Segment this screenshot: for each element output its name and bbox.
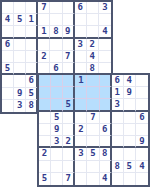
cell-r13c5[interactable] xyxy=(51,148,63,160)
cell-r14c5[interactable] xyxy=(51,161,63,173)
cell-r13c10[interactable] xyxy=(112,148,124,160)
cell-r4c7[interactable]: 3 xyxy=(75,39,87,51)
cell-r9c6[interactable]: 5 xyxy=(63,99,75,111)
cell-r11c7[interactable]: 2 xyxy=(75,124,87,136)
sudoku-grid-bottom-right: 16419535769263292358854574 xyxy=(37,73,150,187)
cell-r7c5[interactable] xyxy=(51,75,63,87)
cell-r8c6[interactable] xyxy=(63,87,75,99)
cell-r8c7[interactable] xyxy=(75,87,87,99)
cell-r3c5[interactable]: 8 xyxy=(50,26,62,38)
cell-r5c9[interactable] xyxy=(99,51,111,63)
cell-r10c12[interactable]: 6 xyxy=(136,112,148,124)
cell-r12c4[interactable] xyxy=(39,136,51,148)
cell-r2c9[interactable] xyxy=(99,14,111,26)
cell-r12c10[interactable] xyxy=(112,136,124,148)
cell-r7c9[interactable] xyxy=(100,75,112,87)
cell-r5c7[interactable] xyxy=(75,51,87,63)
cell-r15c6[interactable]: 7 xyxy=(63,173,75,185)
cell-r3c6[interactable]: 9 xyxy=(63,26,75,38)
cell-r7c12[interactable] xyxy=(136,75,148,87)
cell-r12c7[interactable] xyxy=(75,136,87,148)
cell-r4c1[interactable]: 6 xyxy=(2,39,14,51)
cell-r11c9[interactable]: 6 xyxy=(100,124,112,136)
cell-r1c2[interactable] xyxy=(14,2,26,14)
cell-r12c5[interactable]: 3 xyxy=(51,136,63,148)
cell-r9c11[interactable] xyxy=(124,99,136,111)
cell-r11c6[interactable] xyxy=(63,124,75,136)
cell-r5c8[interactable]: 4 xyxy=(87,51,99,63)
cell-r8c5[interactable] xyxy=(51,87,63,99)
cell-r11c12[interactable] xyxy=(136,124,148,136)
cell-r3c3[interactable] xyxy=(26,26,38,38)
cell-r7c1[interactable] xyxy=(2,75,14,87)
cell-r15c12[interactable] xyxy=(136,173,148,185)
cell-r7c7[interactable]: 1 xyxy=(75,75,87,87)
cell-r2c4[interactable] xyxy=(38,14,50,26)
cell-r10c6[interactable] xyxy=(63,112,75,124)
cell-r5c6[interactable]: 7 xyxy=(63,51,75,63)
cell-r10c9[interactable] xyxy=(100,112,112,124)
cell-r1c6[interactable] xyxy=(63,2,75,14)
cell-r2c5[interactable] xyxy=(50,14,62,26)
cell-r10c7[interactable] xyxy=(75,112,87,124)
cell-r3c7[interactable] xyxy=(75,26,87,38)
cell-r14c6[interactable] xyxy=(63,161,75,173)
cell-r7c8[interactable] xyxy=(87,75,99,87)
cell-r2c3[interactable]: 1 xyxy=(26,14,38,26)
cell-r12c11[interactable] xyxy=(124,136,136,148)
cell-r9c8[interactable] xyxy=(87,99,99,111)
cell-r13c4[interactable]: 2 xyxy=(39,148,51,160)
cell-r6c2[interactable] xyxy=(14,63,26,75)
puzzle-board: 76345118946322745686195385 1641953576926… xyxy=(0,0,150,187)
cell-r8c10[interactable]: 1 xyxy=(112,87,124,99)
cell-r6c1[interactable]: 5 xyxy=(2,63,14,75)
cell-r15c8[interactable] xyxy=(87,173,99,185)
cell-r14c12[interactable]: 4 xyxy=(136,161,148,173)
cell-r5c2[interactable] xyxy=(14,51,26,63)
cell-r9c5[interactable] xyxy=(51,99,63,111)
cell-r8c9[interactable] xyxy=(100,87,112,99)
cell-r8c4[interactable] xyxy=(39,87,51,99)
cell-r14c7[interactable] xyxy=(75,161,87,173)
cell-r2c6[interactable] xyxy=(63,14,75,26)
cell-r3c2[interactable] xyxy=(14,26,26,38)
cell-r4c4[interactable] xyxy=(38,39,50,51)
cell-r14c9[interactable] xyxy=(100,161,112,173)
cell-r4c3[interactable] xyxy=(26,39,38,51)
cell-r8c12[interactable] xyxy=(136,87,148,99)
cell-r7c10[interactable]: 6 xyxy=(112,75,124,87)
cell-r15c4[interactable]: 5 xyxy=(39,173,51,185)
cell-r1c1[interactable] xyxy=(2,2,14,14)
cell-r13c7[interactable]: 3 xyxy=(75,148,87,160)
cell-r7c4[interactable] xyxy=(39,75,51,87)
cell-r15c9[interactable]: 4 xyxy=(100,173,112,185)
cell-r11c4[interactable] xyxy=(39,124,51,136)
cell-r14c10[interactable]: 8 xyxy=(112,161,124,173)
cell-r8c2[interactable]: 9 xyxy=(14,88,26,100)
cell-r4c2[interactable] xyxy=(14,39,26,51)
cell-r7c2[interactable] xyxy=(14,75,26,87)
cell-r10c5[interactable]: 5 xyxy=(51,112,63,124)
cell-r9c9[interactable] xyxy=(100,99,112,111)
cell-r10c8[interactable]: 7 xyxy=(87,112,99,124)
cell-r5c1[interactable] xyxy=(2,51,14,63)
cell-r4c9[interactable] xyxy=(99,39,111,51)
cell-r9c12[interactable] xyxy=(136,99,148,111)
cell-r1c7[interactable]: 6 xyxy=(75,2,87,14)
cell-r2c8[interactable] xyxy=(87,14,99,26)
cell-r1c5[interactable] xyxy=(50,2,62,14)
cell-r11c11[interactable] xyxy=(124,124,136,136)
cell-r8c11[interactable]: 9 xyxy=(124,87,136,99)
cell-r2c1[interactable]: 4 xyxy=(2,14,14,26)
cell-r13c11[interactable] xyxy=(124,148,136,160)
cell-r3c8[interactable] xyxy=(87,26,99,38)
cell-r12c6[interactable]: 2 xyxy=(63,136,75,148)
cell-r15c11[interactable] xyxy=(124,173,136,185)
cell-r12c9[interactable] xyxy=(100,136,112,148)
cell-r13c12[interactable] xyxy=(136,148,148,160)
cell-r4c6[interactable] xyxy=(63,39,75,51)
cell-r8c8[interactable] xyxy=(87,87,99,99)
cell-r4c5[interactable] xyxy=(50,39,62,51)
cell-r8c1[interactable] xyxy=(2,88,14,100)
cell-r10c11[interactable] xyxy=(124,112,136,124)
cell-r2c2[interactable]: 5 xyxy=(14,14,26,26)
cell-r13c8[interactable]: 5 xyxy=(87,148,99,160)
cell-r15c10[interactable] xyxy=(112,173,124,185)
cell-r9c4[interactable] xyxy=(39,99,51,111)
cell-r9c10[interactable]: 3 xyxy=(112,99,124,111)
cell-r3c1[interactable] xyxy=(2,26,14,38)
cell-r9c1[interactable] xyxy=(2,100,14,112)
cell-r3c9[interactable]: 4 xyxy=(99,26,111,38)
cell-r5c4[interactable]: 2 xyxy=(38,51,50,63)
cell-r12c8[interactable] xyxy=(87,136,99,148)
cell-r14c4[interactable] xyxy=(39,161,51,173)
cell-r5c3[interactable] xyxy=(26,51,38,63)
cell-r3c4[interactable]: 1 xyxy=(38,26,50,38)
cell-r11c5[interactable]: 9 xyxy=(51,124,63,136)
cell-r7c11[interactable]: 4 xyxy=(124,75,136,87)
cell-r12c12[interactable]: 9 xyxy=(136,136,148,148)
cell-r13c9[interactable]: 8 xyxy=(100,148,112,160)
cell-r13c6[interactable] xyxy=(63,148,75,160)
cell-r5c5[interactable] xyxy=(50,51,62,63)
cell-r11c10[interactable] xyxy=(112,124,124,136)
cell-r15c7[interactable] xyxy=(75,173,87,185)
cell-r9c2[interactable]: 3 xyxy=(14,100,26,112)
cell-r10c10[interactable] xyxy=(112,112,124,124)
cell-r4c8[interactable]: 2 xyxy=(87,39,99,51)
cell-r1c4[interactable]: 7 xyxy=(38,2,50,14)
cell-r14c8[interactable] xyxy=(87,161,99,173)
cell-r1c8[interactable] xyxy=(87,2,99,14)
cell-r2c7[interactable] xyxy=(75,14,87,26)
cell-r11c8[interactable] xyxy=(87,124,99,136)
cell-r10c4[interactable] xyxy=(39,112,51,124)
cell-r1c9[interactable]: 3 xyxy=(99,2,111,14)
cell-r14c11[interactable]: 5 xyxy=(124,161,136,173)
cell-r1c3[interactable] xyxy=(26,2,38,14)
cell-r7c6[interactable] xyxy=(63,75,75,87)
cell-r9c7[interactable] xyxy=(75,99,87,111)
cell-r15c5[interactable] xyxy=(51,173,63,185)
